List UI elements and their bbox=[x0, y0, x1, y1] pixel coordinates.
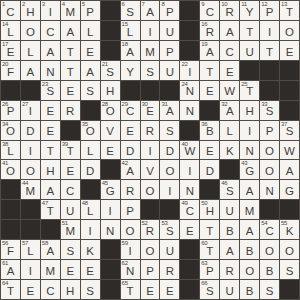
cell-letter: E bbox=[46, 106, 54, 118]
cell-r10c8[interactable]: O bbox=[141, 180, 160, 199]
cell-letter: T bbox=[127, 286, 134, 298]
black-cell-r3c10 bbox=[180, 41, 199, 60]
cell-letter: C bbox=[126, 106, 134, 118]
cell-r7c15[interactable]: 37S bbox=[280, 121, 299, 140]
cell-r7c2[interactable]: D bbox=[21, 121, 40, 140]
cell-r9c14[interactable]: O bbox=[260, 160, 279, 179]
cell-letter: H bbox=[206, 206, 214, 218]
cell-r2c4[interactable]: A bbox=[61, 21, 80, 40]
clue-number-35: 35 bbox=[82, 121, 88, 128]
cell-r10c7[interactable]: R bbox=[121, 180, 140, 199]
black-cell-r11c1 bbox=[1, 200, 20, 219]
cell-r13c13[interactable]: B bbox=[240, 240, 259, 259]
cell-letter: T bbox=[67, 47, 74, 59]
cell-r3c2[interactable]: L bbox=[21, 41, 40, 60]
cell-r1c1[interactable]: 1C bbox=[1, 1, 20, 20]
cell-r4c4[interactable]: T bbox=[61, 61, 80, 80]
clue-number-53: 53 bbox=[161, 220, 167, 227]
cell-r8c11[interactable]: E bbox=[200, 141, 219, 160]
cell-letter: T bbox=[206, 246, 213, 258]
cell-r14c4[interactable]: E bbox=[61, 260, 80, 279]
clue-number-38: 38 bbox=[2, 141, 8, 148]
cell-r3c11[interactable]: 19A bbox=[200, 41, 219, 60]
cell-letter: W bbox=[224, 86, 235, 98]
cell-r12c8[interactable]: 52R bbox=[141, 220, 160, 239]
cell-letter: D bbox=[26, 126, 34, 138]
cell-r9c7[interactable]: 42A bbox=[121, 160, 140, 179]
cell-letter: G bbox=[106, 186, 115, 198]
clue-number-57: 57 bbox=[22, 240, 28, 247]
cell-r8c9[interactable]: D bbox=[160, 141, 179, 160]
cell-r4c10[interactable]: 22I bbox=[180, 61, 199, 80]
cell-r3c12[interactable]: C bbox=[220, 41, 239, 60]
cell-r3c13[interactable]: U bbox=[240, 41, 259, 60]
cell-r14c7[interactable]: 62N bbox=[121, 260, 140, 279]
cell-r6c3[interactable]: E bbox=[41, 101, 60, 120]
cell-letter: S bbox=[106, 67, 114, 79]
cell-r4c5[interactable]: A bbox=[81, 61, 100, 80]
cell-letter: S bbox=[226, 186, 234, 198]
cell-r14c2[interactable]: I bbox=[21, 260, 40, 279]
cell-r1c14[interactable]: 12P bbox=[260, 1, 279, 20]
cell-letter: N bbox=[265, 186, 273, 198]
cell-r10c6[interactable]: 45G bbox=[101, 180, 120, 199]
black-cell-r13c6 bbox=[101, 240, 120, 259]
cell-letter: L bbox=[227, 126, 233, 138]
cell-letter: V bbox=[106, 126, 114, 138]
cell-letter: G bbox=[285, 186, 294, 198]
cell-r12c5[interactable]: I bbox=[81, 220, 100, 239]
cell-r8c1[interactable]: 38L bbox=[1, 141, 20, 160]
cell-letter: D bbox=[126, 146, 134, 158]
cell-r15c8[interactable]: E bbox=[141, 280, 160, 299]
cell-r15c2[interactable]: E bbox=[21, 280, 40, 299]
cell-letter: S bbox=[86, 286, 94, 298]
cell-letter: H bbox=[106, 86, 114, 98]
clue-number-5: 5 bbox=[82, 1, 85, 8]
cell-r7c12[interactable]: L bbox=[220, 121, 239, 140]
cell-r1c9[interactable]: 8P bbox=[160, 1, 179, 20]
cell-letter: E bbox=[27, 286, 35, 298]
cell-r10c14[interactable]: N bbox=[260, 180, 279, 199]
cell-r8c10[interactable]: 40W bbox=[180, 141, 199, 160]
black-cell-r5c7 bbox=[121, 81, 140, 100]
cell-r9c1[interactable]: 41O bbox=[1, 160, 20, 179]
cell-letter: A bbox=[126, 166, 134, 178]
cell-letter: D bbox=[86, 166, 94, 178]
cell-r5c11[interactable]: E bbox=[200, 81, 219, 100]
cell-r7c9[interactable]: S bbox=[160, 121, 179, 140]
cell-r2c9[interactable]: U bbox=[160, 21, 179, 40]
cell-r3c3[interactable]: A bbox=[41, 41, 60, 60]
cell-r4c1[interactable]: 20F bbox=[1, 61, 20, 80]
cell-r14c3[interactable]: M bbox=[41, 260, 60, 279]
cell-r14c1[interactable]: 61A bbox=[1, 260, 20, 279]
cell-letter: E bbox=[226, 67, 234, 79]
cell-r5c10[interactable]: 24N bbox=[180, 81, 199, 100]
cell-r8c12[interactable]: K bbox=[220, 141, 239, 160]
clue-number-9: 9 bbox=[201, 1, 204, 8]
cell-r9c10[interactable]: I bbox=[180, 160, 199, 179]
cell-r14c9[interactable]: R bbox=[160, 260, 179, 279]
cell-letter: I bbox=[109, 206, 112, 218]
cell-letter: U bbox=[226, 206, 234, 218]
black-cell-r10c5 bbox=[81, 180, 100, 199]
cell-r6c13[interactable]: H bbox=[240, 101, 259, 120]
cell-r15c13[interactable]: B bbox=[240, 280, 259, 299]
cell-r2c15[interactable]: O bbox=[280, 21, 299, 40]
cell-r4c12[interactable]: E bbox=[220, 61, 239, 80]
cell-r11c13[interactable]: M bbox=[240, 200, 259, 219]
cell-r6c14[interactable]: 33S bbox=[260, 101, 279, 120]
cell-r7c14[interactable]: P bbox=[260, 121, 279, 140]
clue-number-55: 55 bbox=[281, 220, 287, 227]
clue-number-30: 30 bbox=[142, 101, 148, 108]
cell-r6c2[interactable]: 27I bbox=[21, 101, 40, 120]
cell-letter: T bbox=[246, 86, 253, 98]
cell-letter: R bbox=[146, 126, 154, 138]
cell-r9c2[interactable]: O bbox=[21, 160, 40, 179]
cell-r11c7[interactable]: P bbox=[121, 200, 140, 219]
cell-r7c3[interactable]: E bbox=[41, 121, 60, 140]
black-cell-r5c2 bbox=[21, 81, 40, 100]
cell-r12c14[interactable]: 54C bbox=[260, 220, 279, 239]
cell-letter: O bbox=[265, 146, 274, 158]
clue-number-20: 20 bbox=[2, 61, 8, 68]
cell-r10c9[interactable]: I bbox=[160, 180, 179, 199]
clue-number-52: 52 bbox=[142, 220, 148, 227]
clue-number-16: 16 bbox=[201, 21, 207, 28]
cell-letter: E bbox=[206, 86, 214, 98]
cell-r8c6[interactable]: E bbox=[101, 141, 120, 160]
cell-letter: U bbox=[166, 246, 174, 258]
cell-r9c4[interactable]: E bbox=[61, 160, 80, 179]
cell-r8c7[interactable]: D bbox=[121, 141, 140, 160]
cell-r1c3[interactable]: 3I bbox=[41, 1, 60, 20]
cell-r14c14[interactable]: B bbox=[260, 260, 279, 279]
cell-letter: O bbox=[86, 126, 95, 138]
cell-r8c14[interactable]: O bbox=[260, 141, 279, 160]
black-cell-r9c6 bbox=[101, 160, 120, 179]
cell-r15c3[interactable]: C bbox=[41, 280, 60, 299]
cell-letter: M bbox=[26, 186, 36, 198]
cell-letter: A bbox=[86, 67, 94, 79]
cell-r13c2[interactable]: 57L bbox=[21, 240, 40, 259]
cell-r3c4[interactable]: T bbox=[61, 41, 80, 60]
cell-r11c5[interactable]: 48L bbox=[81, 200, 100, 219]
cell-r12c13[interactable]: A bbox=[240, 220, 259, 239]
cell-letter: D bbox=[166, 146, 174, 158]
black-cell-r11c8 bbox=[141, 200, 160, 219]
cell-letter: B bbox=[246, 286, 254, 298]
cell-r3c8[interactable]: M bbox=[141, 41, 160, 60]
cell-letter: I bbox=[29, 146, 32, 158]
cell-r10c10[interactable]: N bbox=[180, 180, 199, 199]
black-cell-r12c2 bbox=[21, 220, 40, 239]
cell-r1c2[interactable]: 2H bbox=[21, 1, 40, 20]
cell-r2c2[interactable]: O bbox=[21, 21, 40, 40]
clue-number-14: 14 bbox=[2, 21, 8, 28]
cell-r12c9[interactable]: 53S bbox=[160, 220, 179, 239]
cell-r6c4[interactable]: R bbox=[61, 101, 80, 120]
cell-r9c3[interactable]: H bbox=[41, 160, 60, 179]
cell-r2c11[interactable]: 16R bbox=[200, 21, 219, 40]
cell-r10c3[interactable]: A bbox=[41, 180, 60, 199]
cell-r15c14[interactable]: S bbox=[260, 280, 279, 299]
cell-r1c13[interactable]: 11Y bbox=[240, 1, 259, 20]
cell-r5c4[interactable]: E bbox=[61, 81, 80, 100]
cell-letter: W bbox=[184, 146, 195, 158]
cell-r6c7[interactable]: 29C bbox=[121, 101, 140, 120]
cell-r3c1[interactable]: 17E bbox=[1, 41, 20, 60]
cell-letter: B bbox=[246, 246, 254, 258]
cell-r10c13[interactable]: A bbox=[240, 180, 259, 199]
cell-r10c2[interactable]: 44M bbox=[21, 180, 40, 199]
cell-r4c8[interactable]: S bbox=[141, 61, 160, 80]
cell-r3c15[interactable]: E bbox=[280, 41, 299, 60]
cell-r11c3[interactable]: 47T bbox=[41, 200, 60, 219]
cell-r2c12[interactable]: A bbox=[220, 21, 239, 40]
cell-r6c9[interactable]: 31A bbox=[160, 101, 179, 120]
cell-r3c7[interactable]: 18A bbox=[121, 41, 140, 60]
cell-r7c5[interactable]: 35O bbox=[81, 121, 100, 140]
cell-r13c3[interactable]: 58A bbox=[41, 240, 60, 259]
black-cell-r14c6 bbox=[101, 260, 120, 279]
cell-letter: T bbox=[286, 7, 293, 19]
cell-r3c14[interactable]: T bbox=[260, 41, 279, 60]
black-cell-r14c10 bbox=[180, 260, 199, 279]
cell-letter: O bbox=[285, 246, 294, 258]
black-cell-r2c6 bbox=[101, 21, 120, 40]
black-cell-r15c6 bbox=[101, 280, 120, 299]
cell-letter: C bbox=[46, 286, 54, 298]
cell-r10c15[interactable]: G bbox=[280, 180, 299, 199]
cell-letter: E bbox=[286, 47, 294, 59]
cell-r5c5[interactable]: S bbox=[81, 81, 100, 100]
cell-r4c6[interactable]: 21S bbox=[101, 61, 120, 80]
cell-letter: U bbox=[166, 67, 174, 79]
cell-r14c8[interactable]: P bbox=[141, 260, 160, 279]
cell-r3c9[interactable]: P bbox=[160, 41, 179, 60]
cell-r8c13[interactable]: N bbox=[240, 141, 259, 160]
cell-letter: O bbox=[106, 106, 115, 118]
cell-letter: A bbox=[226, 106, 234, 118]
cell-r13c14[interactable]: O bbox=[260, 240, 279, 259]
cell-letter: A bbox=[7, 266, 15, 278]
cell-r12c7[interactable]: O bbox=[121, 220, 140, 239]
black-cell-r5c14 bbox=[260, 81, 279, 100]
black-cell-r6c5 bbox=[81, 101, 100, 120]
cell-r13c1[interactable]: 56F bbox=[1, 240, 20, 259]
cell-r9c13[interactable]: 43G bbox=[240, 160, 259, 179]
cell-r6c12[interactable]: 32A bbox=[220, 101, 239, 120]
clue-number-37: 37 bbox=[281, 121, 287, 128]
cell-r7c11[interactable]: 36B bbox=[200, 121, 219, 140]
clue-number-64: 64 bbox=[2, 280, 8, 287]
cell-r4c11[interactable]: T bbox=[200, 61, 219, 80]
cell-letter: E bbox=[126, 126, 134, 138]
black-cell-r10c11 bbox=[200, 180, 219, 199]
cell-r8c2[interactable]: I bbox=[21, 141, 40, 160]
cell-r2c8[interactable]: I bbox=[141, 21, 160, 40]
cell-r6c10[interactable]: N bbox=[180, 101, 199, 120]
cell-r4c3[interactable]: N bbox=[41, 61, 60, 80]
cell-letter: H bbox=[46, 166, 54, 178]
cell-letter: I bbox=[49, 7, 52, 19]
cell-r14c5[interactable]: E bbox=[81, 260, 100, 279]
cell-r15c12[interactable]: U bbox=[220, 280, 239, 299]
cell-r7c7[interactable]: E bbox=[121, 121, 140, 140]
clue-number-48: 48 bbox=[82, 200, 88, 207]
cell-letter: U bbox=[226, 286, 234, 298]
cell-r5c12[interactable]: W bbox=[220, 81, 239, 100]
cell-r15c4[interactable]: H bbox=[61, 280, 80, 299]
cell-letter: I bbox=[148, 27, 151, 39]
cell-r11c12[interactable]: U bbox=[220, 200, 239, 219]
cell-r13c8[interactable]: O bbox=[141, 240, 160, 259]
clue-number-19: 19 bbox=[201, 41, 207, 48]
cell-r13c7[interactable]: 59I bbox=[121, 240, 140, 259]
cell-r8c15[interactable]: W bbox=[280, 141, 299, 160]
cell-r15c7[interactable]: 65T bbox=[121, 280, 140, 299]
cell-r10c12[interactable]: 46S bbox=[220, 180, 239, 199]
cell-r6c1[interactable]: 26P bbox=[1, 101, 20, 120]
black-cell-r2c10 bbox=[180, 21, 199, 40]
cell-r2c14[interactable]: I bbox=[260, 21, 279, 40]
cell-r9c15[interactable]: A bbox=[280, 160, 299, 179]
clue-number-11: 11 bbox=[241, 1, 247, 8]
cell-r12c6[interactable]: N bbox=[101, 220, 120, 239]
cell-r1c5[interactable]: 5P bbox=[81, 1, 100, 20]
cell-r2c13[interactable]: T bbox=[240, 21, 259, 40]
cell-r12c15[interactable]: 55K bbox=[280, 220, 299, 239]
cell-r12c12[interactable]: B bbox=[220, 220, 239, 239]
clue-number-39: 39 bbox=[62, 141, 68, 148]
cell-r8c4[interactable]: 39T bbox=[61, 141, 80, 160]
cell-letter: P bbox=[86, 7, 94, 19]
cell-r1c8[interactable]: 7A bbox=[141, 1, 160, 20]
cell-letter: S bbox=[206, 286, 214, 298]
black-cell-r5c1 bbox=[1, 81, 20, 100]
cell-r10c4[interactable]: C bbox=[61, 180, 80, 199]
cell-r14c11[interactable]: 63P bbox=[200, 260, 219, 279]
cell-r8c3[interactable]: T bbox=[41, 141, 60, 160]
cell-letter: N bbox=[246, 146, 254, 158]
clue-number-21: 21 bbox=[102, 61, 108, 68]
cell-r12c11[interactable]: T bbox=[200, 220, 219, 239]
cell-letter: S bbox=[266, 106, 274, 118]
cell-r9c11[interactable]: D bbox=[200, 160, 219, 179]
cell-r12c4[interactable]: 51M bbox=[61, 220, 80, 239]
cell-r9c9[interactable]: O bbox=[160, 160, 179, 179]
black-cell-r15c10 bbox=[180, 280, 199, 299]
cell-r12c10[interactable]: E bbox=[180, 220, 199, 239]
cell-r4c2[interactable]: A bbox=[21, 61, 40, 80]
cell-letter: L bbox=[7, 146, 13, 158]
cell-r5c6[interactable]: H bbox=[101, 81, 120, 100]
cell-r11c10[interactable]: 49C bbox=[180, 200, 199, 219]
cell-r8c5[interactable]: L bbox=[81, 141, 100, 160]
cell-letter: K bbox=[226, 146, 234, 158]
cell-r7c13[interactable]: I bbox=[240, 121, 259, 140]
cell-r2c7[interactable]: 15L bbox=[121, 21, 140, 40]
clue-number-7: 7 bbox=[142, 1, 145, 8]
cell-r2c1[interactable]: 14L bbox=[1, 21, 20, 40]
cell-r11c11[interactable]: 50H bbox=[200, 200, 219, 219]
cell-letter: V bbox=[146, 166, 154, 178]
cell-r6c8[interactable]: 30E bbox=[141, 101, 160, 120]
cell-letter: E bbox=[206, 146, 214, 158]
cell-r14c13[interactable]: O bbox=[240, 260, 259, 279]
clue-number-45: 45 bbox=[102, 180, 108, 187]
cell-r13c5[interactable]: K bbox=[81, 240, 100, 259]
cell-r13c15[interactable]: O bbox=[280, 240, 299, 259]
cell-letter: S bbox=[166, 226, 174, 238]
cell-r5c13[interactable]: 25T bbox=[240, 81, 259, 100]
cell-r7c1[interactable]: 34O bbox=[1, 121, 20, 140]
cell-r7c6[interactable]: V bbox=[101, 121, 120, 140]
cell-r14c15[interactable]: S bbox=[280, 260, 299, 279]
cell-r2c3[interactable]: C bbox=[41, 21, 60, 40]
cell-r4c7[interactable]: Y bbox=[121, 61, 140, 80]
cell-r1c12[interactable]: 10R bbox=[220, 1, 239, 20]
cell-r1c15[interactable]: 13T bbox=[280, 1, 299, 20]
cell-r1c11[interactable]: 9C bbox=[200, 1, 219, 20]
black-cell-r4c15 bbox=[280, 61, 299, 80]
cell-r9c5[interactable]: D bbox=[81, 160, 100, 179]
cell-letter: E bbox=[146, 286, 154, 298]
cell-letter: E bbox=[146, 106, 154, 118]
cell-r1c7[interactable]: 6S bbox=[121, 1, 140, 20]
clue-number-66: 66 bbox=[201, 280, 207, 287]
cell-r4c9[interactable]: U bbox=[160, 61, 179, 80]
cell-r1c4[interactable]: 4M bbox=[61, 1, 80, 20]
cell-r13c11[interactable]: 60T bbox=[200, 240, 219, 259]
black-cell-r11c14 bbox=[260, 200, 279, 219]
cell-r15c11[interactable]: 66S bbox=[200, 280, 219, 299]
cell-r9c8[interactable]: V bbox=[141, 160, 160, 179]
cell-r3c5[interactable]: E bbox=[81, 41, 100, 60]
cell-r5c3[interactable]: 23S bbox=[41, 81, 60, 100]
cell-letter: U bbox=[66, 206, 74, 218]
clue-number-24: 24 bbox=[181, 81, 187, 88]
cell-letter: L bbox=[27, 47, 33, 59]
cell-r8c8[interactable]: I bbox=[141, 141, 160, 160]
cell-r6c6[interactable]: 28O bbox=[101, 101, 120, 120]
clue-number-51: 51 bbox=[62, 220, 68, 227]
clue-number-29: 29 bbox=[122, 101, 128, 108]
clue-number-27: 27 bbox=[22, 101, 28, 108]
cell-r7c8[interactable]: R bbox=[141, 121, 160, 140]
cell-r2c5[interactable]: L bbox=[81, 21, 100, 40]
cell-letter: L bbox=[7, 27, 13, 39]
cell-r15c1[interactable]: 64T bbox=[1, 280, 20, 299]
black-cell-r5c9 bbox=[160, 81, 179, 100]
cell-r13c9[interactable]: U bbox=[160, 240, 179, 259]
cell-r13c12[interactable]: A bbox=[220, 240, 239, 259]
cell-r11c6[interactable]: I bbox=[101, 200, 120, 219]
cell-r14c12[interactable]: R bbox=[220, 260, 239, 279]
cell-r13c4[interactable]: S bbox=[61, 240, 80, 259]
cell-r11c4[interactable]: U bbox=[61, 200, 80, 219]
black-cell-r15c15 bbox=[280, 280, 299, 299]
cell-letter: N bbox=[186, 186, 194, 198]
cell-r15c5[interactable]: S bbox=[81, 280, 100, 299]
cell-letter: S bbox=[46, 86, 54, 98]
cell-letter: I bbox=[89, 226, 92, 238]
cell-letter: A bbox=[206, 47, 214, 59]
cell-r15c9[interactable]: E bbox=[160, 280, 179, 299]
